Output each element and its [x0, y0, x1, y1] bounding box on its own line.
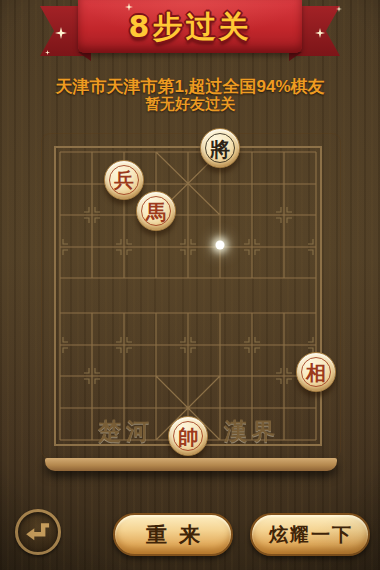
banner-fold-right — [289, 52, 302, 61]
friends-status-text: 暂无好友过关 — [0, 95, 380, 114]
piece-red-elephant[interactable]: 相 — [296, 352, 336, 392]
board-front-edge — [45, 458, 337, 471]
xiangqi-board[interactable]: 楚河 漢界 將兵馬相帥 — [42, 134, 340, 458]
game-screen: 8步过关 天津市天津市第1,超过全国94%棋友 暂无好友过关 楚河 漢界 將兵馬… — [0, 0, 380, 570]
piece-ring — [205, 133, 235, 163]
banner-title: 8步过关 — [129, 5, 252, 48]
piece-ring — [141, 196, 171, 226]
back-button[interactable] — [15, 509, 61, 555]
piece-red-horse[interactable]: 馬 — [136, 191, 176, 231]
banner-ribbon-end-right — [296, 6, 340, 56]
return-arrow-icon — [21, 515, 55, 549]
showoff-button[interactable]: 炫耀一下 — [250, 513, 370, 556]
piece-ring — [173, 421, 203, 451]
piece-grid: 將兵馬相帥 — [44, 136, 332, 456]
piece-red-pawn[interactable]: 兵 — [104, 160, 144, 200]
restart-button[interactable]: 重来 — [113, 513, 233, 556]
piece-black-general[interactable]: 將 — [200, 128, 240, 168]
banner-ribbon: 8步过关 — [78, 0, 302, 53]
sparkle-effect — [216, 241, 225, 250]
piece-red-general[interactable]: 帥 — [168, 416, 208, 456]
piece-ring — [109, 165, 139, 195]
piece-ring — [301, 357, 331, 387]
